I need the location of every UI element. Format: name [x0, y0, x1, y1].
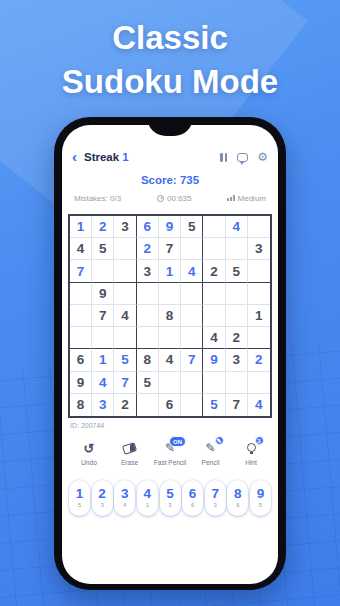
- cell-r6c3[interactable]: [114, 327, 136, 349]
- cell-r3c8[interactable]: 5: [226, 260, 248, 282]
- cell-r9c2[interactable]: 3: [92, 394, 114, 416]
- cell-r2c6[interactable]: [181, 238, 203, 260]
- cell-r5c9[interactable]: 1: [248, 305, 270, 327]
- chat-icon[interactable]: [237, 151, 248, 163]
- cell-r9c3[interactable]: 2: [114, 394, 136, 416]
- cell-r8c9[interactable]: [248, 372, 270, 394]
- cell-r8c7[interactable]: [203, 372, 225, 394]
- difficulty-icon: [227, 195, 234, 201]
- cell-r2c7[interactable]: [203, 238, 225, 260]
- cell-r6c1[interactable]: [70, 327, 92, 349]
- cell-r4c1[interactable]: [70, 283, 92, 305]
- cell-r6c2[interactable]: [92, 327, 114, 349]
- cell-r4c6[interactable]: [181, 283, 203, 305]
- cell-r5c5[interactable]: 8: [159, 305, 181, 327]
- erase-button[interactable]: Erase: [111, 440, 149, 466]
- cell-r5c2[interactable]: 7: [92, 305, 114, 327]
- cell-r9c4[interactable]: [137, 394, 159, 416]
- numpad-digit: 1: [76, 487, 84, 501]
- cell-r1c1[interactable]: 1: [70, 216, 92, 238]
- cell-r7c5[interactable]: 4: [159, 349, 181, 371]
- pencil-label: Pencil: [202, 459, 220, 466]
- timer-text: 00:635: [167, 194, 191, 203]
- cell-r7c1[interactable]: 6: [70, 349, 92, 371]
- sudoku-board: 1236954452737314259748142615847932947583…: [68, 214, 272, 418]
- undo-label: Undo: [81, 459, 97, 466]
- pencil-badge: ✎: [215, 436, 224, 445]
- clock-icon: [157, 195, 164, 202]
- cell-r1c7[interactable]: [203, 216, 225, 238]
- cell-r2c8[interactable]: [226, 238, 248, 260]
- hero-title: Classic Sudoku Mode: [0, 16, 340, 103]
- numpad-remaining-count: 4: [123, 502, 126, 509]
- header-title: Streak: [84, 151, 119, 163]
- numpad-digit: 3: [121, 487, 129, 501]
- settings-icon[interactable]: ⚙: [257, 151, 268, 163]
- cell-r3c4[interactable]: 3: [137, 260, 159, 282]
- cell-r4c5[interactable]: [159, 283, 181, 305]
- numpad-remaining-count: 3: [168, 502, 171, 509]
- cell-r8c5[interactable]: [159, 372, 181, 394]
- puzzle-id: ID: 200744: [70, 422, 278, 432]
- cell-r2c9[interactable]: 3: [248, 238, 270, 260]
- timer: 00:635: [121, 194, 227, 203]
- hint-label: Hint: [245, 459, 257, 466]
- numpad-button-3[interactable]: 34: [114, 480, 135, 516]
- fast-pencil-label: Fast Pencil: [154, 459, 187, 466]
- numpad: 152334415366738695: [69, 480, 271, 516]
- cell-r2c3[interactable]: [114, 238, 136, 260]
- erase-icon: [123, 440, 136, 457]
- cell-r8c6[interactable]: [181, 372, 203, 394]
- cell-r4c7[interactable]: [203, 283, 225, 305]
- cell-r1c6[interactable]: 5: [181, 216, 203, 238]
- cell-r3c2[interactable]: [92, 260, 114, 282]
- cell-r5c8[interactable]: [226, 305, 248, 327]
- cell-r5c3[interactable]: 4: [114, 305, 136, 327]
- back-chevron-icon[interactable]: ‹: [72, 150, 77, 164]
- fast-pencil-icon: ✎ON: [165, 440, 175, 457]
- undo-icon: ↺: [84, 440, 95, 457]
- cell-r6c6[interactable]: [181, 327, 203, 349]
- numpad-remaining-count: 3: [100, 502, 103, 509]
- cell-r7c3[interactable]: 5: [114, 349, 136, 371]
- cell-r9c9[interactable]: 4: [248, 394, 270, 416]
- cell-r2c1[interactable]: 4: [70, 238, 92, 260]
- numpad-remaining-count: 6: [191, 502, 194, 509]
- cell-r1c2[interactable]: 2: [92, 216, 114, 238]
- cell-r9c6[interactable]: [181, 394, 203, 416]
- numpad-digit: 9: [257, 487, 265, 501]
- cell-r3c3[interactable]: [114, 260, 136, 282]
- cell-r3c9[interactable]: [248, 260, 270, 282]
- numpad-remaining-count: 6: [236, 502, 239, 509]
- cell-r1c3[interactable]: 3: [114, 216, 136, 238]
- cell-r8c8[interactable]: [226, 372, 248, 394]
- cell-r6c7[interactable]: 4: [203, 327, 225, 349]
- cell-r2c5[interactable]: 7: [159, 238, 181, 260]
- phone-mockup: ‹ Streak 1 ⚙ Score: 735 Mistakes: 0/3 00…: [54, 117, 286, 590]
- cell-r4c9[interactable]: [248, 283, 270, 305]
- numpad-digit: 8: [234, 487, 242, 501]
- difficulty-text: Medium: [238, 194, 266, 203]
- score-text: Score: 735: [62, 174, 278, 187]
- cell-r5c6[interactable]: [181, 305, 203, 327]
- cell-r9c7[interactable]: 5: [203, 394, 225, 416]
- cell-r4c4[interactable]: [137, 283, 159, 305]
- cell-r2c2[interactable]: 5: [92, 238, 114, 260]
- cell-r3c1[interactable]: 7: [70, 260, 92, 282]
- numpad-remaining-count: 1: [146, 502, 149, 509]
- cell-r8c1[interactable]: 9: [70, 372, 92, 394]
- cell-r1c9[interactable]: [248, 216, 270, 238]
- numpad-digit: 4: [144, 487, 152, 501]
- cell-r6c8[interactable]: 2: [226, 327, 248, 349]
- status-row: Mistakes: 0/3 00:635 Medium: [74, 192, 266, 204]
- cell-r1c8[interactable]: 4: [226, 216, 248, 238]
- hint-button[interactable]: 3Hint: [232, 440, 270, 466]
- numpad-button-7[interactable]: 73: [205, 480, 226, 516]
- numpad-remaining-count: 3: [214, 502, 217, 509]
- cell-r1c5[interactable]: 9: [159, 216, 181, 238]
- numpad-digit: 6: [189, 487, 197, 501]
- cell-r4c3[interactable]: [114, 283, 136, 305]
- erase-label: Erase: [121, 459, 138, 466]
- numpad-button-9[interactable]: 95: [250, 480, 271, 516]
- pause-icon[interactable]: [219, 151, 228, 163]
- cell-r1c4[interactable]: 6: [137, 216, 159, 238]
- cell-r7c9[interactable]: 2: [248, 349, 270, 371]
- cell-r3c5[interactable]: 1: [159, 260, 181, 282]
- cell-r8c3[interactable]: 7: [114, 372, 136, 394]
- cell-r9c5[interactable]: 6: [159, 394, 181, 416]
- cell-r2c4[interactable]: 2: [137, 238, 159, 260]
- fast-pencil-badge: ON: [169, 436, 186, 447]
- numpad-button-8[interactable]: 86: [227, 480, 248, 516]
- hero-title-line2: Sudoku Mode: [0, 60, 340, 104]
- numpad-digit: 2: [98, 487, 106, 501]
- numpad-digit: 5: [166, 487, 174, 501]
- phone-screen: ‹ Streak 1 ⚙ Score: 735 Mistakes: 0/3 00…: [62, 125, 278, 584]
- cell-r5c1[interactable]: [70, 305, 92, 327]
- cell-r3c7[interactable]: 2: [203, 260, 225, 282]
- fast-pencil-button[interactable]: ✎ONFast Pencil: [151, 440, 189, 466]
- undo-button[interactable]: ↺Undo: [70, 440, 108, 466]
- hero-title-line1: Classic: [0, 16, 340, 60]
- numpad-button-4[interactable]: 41: [137, 480, 158, 516]
- toolbar: ↺UndoErase✎ONFast Pencil✎✎Pencil3Hint: [70, 440, 270, 466]
- numpad-remaining-count: 5: [259, 502, 262, 509]
- numpad-remaining-count: 5: [78, 502, 81, 509]
- cell-r6c9[interactable]: [248, 327, 270, 349]
- cell-r4c2[interactable]: 9: [92, 283, 114, 305]
- pencil-button[interactable]: ✎✎Pencil: [192, 440, 230, 466]
- cell-r7c6[interactable]: 7: [181, 349, 203, 371]
- pencil-icon: ✎✎: [205, 440, 215, 457]
- cell-r7c7[interactable]: 9: [203, 349, 225, 371]
- cell-r3c6[interactable]: 4: [181, 260, 203, 282]
- numpad-button-1[interactable]: 15: [69, 480, 90, 516]
- numpad-digit: 7: [211, 487, 219, 501]
- cell-r9c8[interactable]: 7: [226, 394, 248, 416]
- cell-r8c2[interactable]: 4: [92, 372, 114, 394]
- cell-r7c8[interactable]: 3: [226, 349, 248, 371]
- numpad-button-2[interactable]: 23: [92, 480, 113, 516]
- cell-r5c7[interactable]: [203, 305, 225, 327]
- cell-r8c4[interactable]: 5: [137, 372, 159, 394]
- hint-badge: 3: [255, 436, 264, 445]
- cell-r7c2[interactable]: 1: [92, 349, 114, 371]
- cell-r5c4[interactable]: [137, 305, 159, 327]
- numpad-button-6[interactable]: 66: [182, 480, 203, 516]
- mistakes-text: Mistakes: 0/3: [74, 194, 121, 203]
- cell-r7c4[interactable]: 8: [137, 349, 159, 371]
- header-title-number: 1: [122, 151, 128, 163]
- hint-icon: 3: [247, 440, 256, 457]
- cell-r6c4[interactable]: [137, 327, 159, 349]
- cell-r6c5[interactable]: [159, 327, 181, 349]
- app-header: ‹ Streak 1 ⚙: [72, 149, 268, 165]
- cell-r9c1[interactable]: 8: [70, 394, 92, 416]
- numpad-button-5[interactable]: 53: [160, 480, 181, 516]
- cell-r4c8[interactable]: [226, 283, 248, 305]
